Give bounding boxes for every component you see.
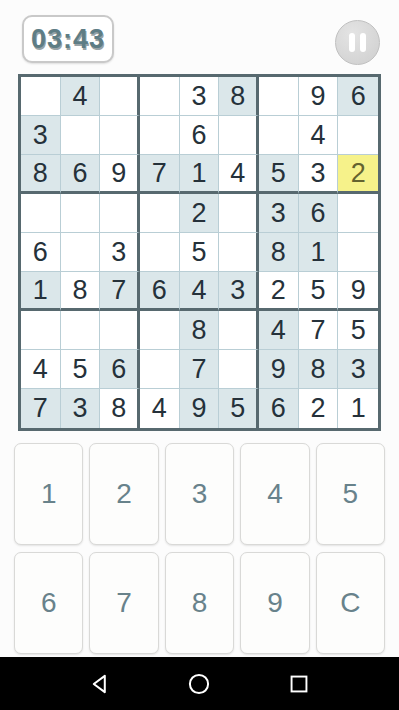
cell-r5c7[interactable]: 8: [259, 233, 299, 272]
cell-r1c8[interactable]: 9: [299, 77, 339, 116]
cell-r4c8[interactable]: 6: [299, 194, 339, 233]
cell-r9c4[interactable]: 4: [140, 389, 180, 428]
cell-r6c8[interactable]: 5: [299, 272, 339, 311]
cell-r3c1[interactable]: 8: [21, 155, 61, 194]
cell-r5c6[interactable]: [219, 233, 259, 272]
cell-r7c6[interactable]: [219, 311, 259, 350]
timer-value: 03:43: [31, 24, 105, 55]
key-5[interactable]: 5: [316, 443, 385, 545]
back-icon[interactable]: [89, 672, 112, 695]
keypad: 12345 6789C: [0, 437, 399, 660]
cell-r2c8[interactable]: 4: [299, 116, 339, 155]
cell-r7c8[interactable]: 7: [299, 311, 339, 350]
cell-r7c2[interactable]: [61, 311, 101, 350]
cell-r9c8[interactable]: 2: [299, 389, 339, 428]
cell-r8c7[interactable]: 9: [259, 350, 299, 389]
cell-r6c2[interactable]: 8: [61, 272, 101, 311]
cell-r9c2[interactable]: 3: [61, 389, 101, 428]
cell-r2c7[interactable]: [259, 116, 299, 155]
cell-r6c7[interactable]: 2: [259, 272, 299, 311]
cell-r5c8[interactable]: 1: [299, 233, 339, 272]
keypad-row-2: 6789C: [14, 552, 385, 654]
cell-r2c6[interactable]: [219, 116, 259, 155]
cell-r1c1[interactable]: [21, 77, 61, 116]
key-8[interactable]: 8: [165, 552, 234, 654]
cell-r8c1[interactable]: 4: [21, 350, 61, 389]
cell-r5c3[interactable]: 3: [100, 233, 140, 272]
cell-r2c3[interactable]: [100, 116, 140, 155]
cell-r6c5[interactable]: 4: [180, 272, 220, 311]
cell-r3c3[interactable]: 9: [100, 155, 140, 194]
key-6[interactable]: 6: [14, 552, 83, 654]
pause-button[interactable]: [335, 20, 380, 65]
cell-r3c5[interactable]: 1: [180, 155, 220, 194]
cell-r3c4[interactable]: 7: [140, 155, 180, 194]
cell-r8c6[interactable]: [219, 350, 259, 389]
cell-r9c5[interactable]: 9: [180, 389, 220, 428]
cell-r3c9[interactable]: 2: [338, 155, 378, 194]
cell-r8c9[interactable]: 3: [338, 350, 378, 389]
cell-r9c1[interactable]: 7: [21, 389, 61, 428]
cell-r7c1[interactable]: [21, 311, 61, 350]
cell-r4c9[interactable]: [338, 194, 378, 233]
cell-r3c8[interactable]: 3: [299, 155, 339, 194]
cell-r1c6[interactable]: 8: [219, 77, 259, 116]
cell-r1c9[interactable]: 6: [338, 77, 378, 116]
cell-r8c8[interactable]: 8: [299, 350, 339, 389]
cell-r1c5[interactable]: 3: [180, 77, 220, 116]
cell-r6c1[interactable]: 1: [21, 272, 61, 311]
cell-r2c5[interactable]: 6: [180, 116, 220, 155]
cell-r3c6[interactable]: 4: [219, 155, 259, 194]
cell-r2c9[interactable]: [338, 116, 378, 155]
cell-r5c9[interactable]: [338, 233, 378, 272]
key-C[interactable]: C: [316, 552, 385, 654]
pause-icon: [349, 33, 355, 52]
cell-r9c7[interactable]: 6: [259, 389, 299, 428]
cell-r1c4[interactable]: [140, 77, 180, 116]
cell-r4c6[interactable]: [219, 194, 259, 233]
cell-r7c7[interactable]: 4: [259, 311, 299, 350]
key-9[interactable]: 9: [240, 552, 309, 654]
cell-r6c3[interactable]: 7: [100, 272, 140, 311]
key-7[interactable]: 7: [89, 552, 158, 654]
home-icon[interactable]: [188, 672, 211, 695]
cell-r2c1[interactable]: 3: [21, 116, 61, 155]
cell-r8c5[interactable]: 7: [180, 350, 220, 389]
cell-r2c2[interactable]: [61, 116, 101, 155]
cell-r6c4[interactable]: 6: [140, 272, 180, 311]
recents-icon[interactable]: [289, 673, 310, 694]
cell-r7c9[interactable]: 5: [338, 311, 378, 350]
cell-r4c7[interactable]: 3: [259, 194, 299, 233]
cell-r3c2[interactable]: 6: [61, 155, 101, 194]
cell-r4c2[interactable]: [61, 194, 101, 233]
cell-r9c9[interactable]: 1: [338, 389, 378, 428]
key-1[interactable]: 1: [14, 443, 83, 545]
cell-r3c7[interactable]: 5: [259, 155, 299, 194]
cell-r9c3[interactable]: 8: [100, 389, 140, 428]
cell-r8c3[interactable]: 6: [100, 350, 140, 389]
cell-r5c1[interactable]: 6: [21, 233, 61, 272]
cell-r4c4[interactable]: [140, 194, 180, 233]
key-3[interactable]: 3: [165, 443, 234, 545]
cell-r4c5[interactable]: 2: [180, 194, 220, 233]
cell-r1c2[interactable]: 4: [61, 77, 101, 116]
cell-r8c2[interactable]: 5: [61, 350, 101, 389]
pause-icon: [360, 33, 366, 52]
cell-r7c4[interactable]: [140, 311, 180, 350]
cell-r6c9[interactable]: 9: [338, 272, 378, 311]
cell-r7c5[interactable]: 8: [180, 311, 220, 350]
sudoku-board: 4389636486971453223663581187643259847545…: [18, 74, 381, 431]
cell-r4c3[interactable]: [100, 194, 140, 233]
cell-r1c3[interactable]: [100, 77, 140, 116]
timer-display: 03:43: [22, 15, 114, 63]
cell-r8c4[interactable]: [140, 350, 180, 389]
key-4[interactable]: 4: [240, 443, 309, 545]
cell-r2c4[interactable]: [140, 116, 180, 155]
cell-r4c1[interactable]: [21, 194, 61, 233]
cell-r7c3[interactable]: [100, 311, 140, 350]
keypad-row-1: 12345: [14, 443, 385, 545]
key-2[interactable]: 2: [89, 443, 158, 545]
cell-r5c5[interactable]: 5: [180, 233, 220, 272]
android-navbar: [0, 657, 399, 710]
cell-r1c7[interactable]: [259, 77, 299, 116]
cell-r5c4[interactable]: [140, 233, 180, 272]
cell-r5c2[interactable]: [61, 233, 101, 272]
cell-r9c6[interactable]: 5: [219, 389, 259, 428]
cell-r6c6[interactable]: 3: [219, 272, 259, 311]
